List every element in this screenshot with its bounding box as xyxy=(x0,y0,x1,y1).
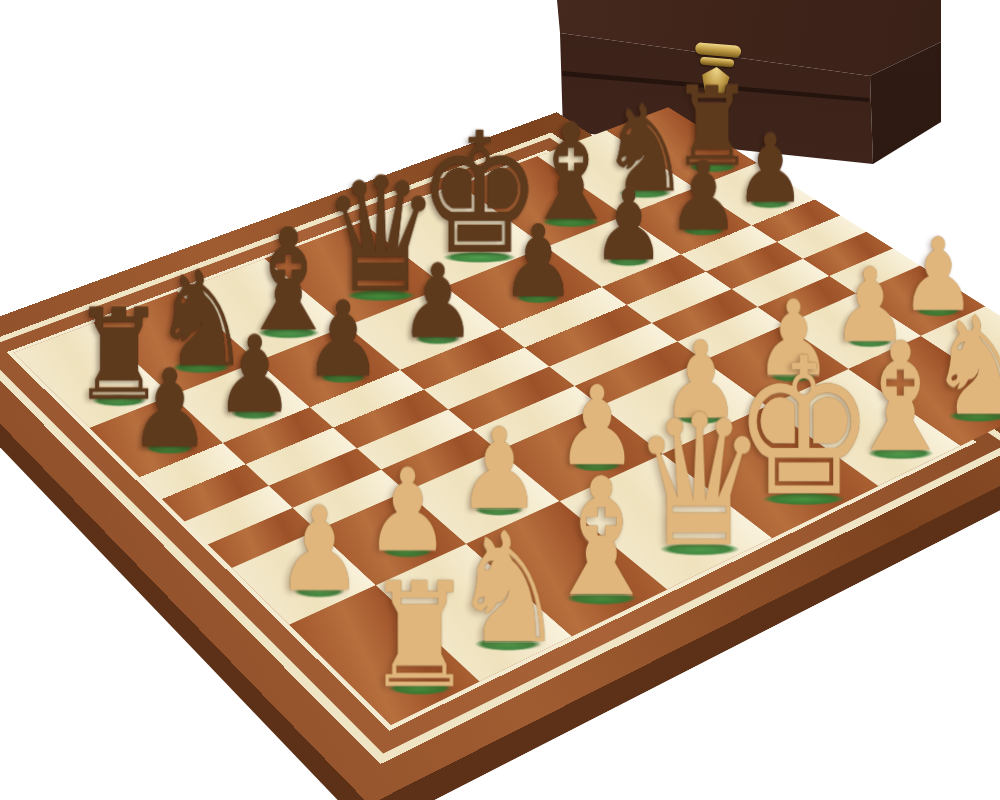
black-pawn: ♟ xyxy=(400,251,476,353)
white-rook: ♜ xyxy=(365,563,473,707)
black-pawn: ♟ xyxy=(215,322,295,429)
white-pawn: ♟ xyxy=(276,491,363,608)
black-pawn: ♟ xyxy=(735,122,806,217)
chess-board: ♜♞♝♛♚♝♞♜♟♟♟♟♟♟♟♟♟♟♟♟♟♟♟♟♜♞♝♛♚♝♞♜ xyxy=(0,112,1000,800)
black-pawn: ♟ xyxy=(501,212,576,312)
black-pawn: ♟ xyxy=(668,148,740,244)
board-frame: ♜♞♝♛♚♝♞♜♟♟♟♟♟♟♟♟♟♟♟♟♟♟♟♟♜♞♝♛♚♝♞♜ xyxy=(0,112,1000,800)
black-pawn: ♟ xyxy=(304,288,382,393)
board-grid: ♜♞♝♛♚♝♞♜♟♟♟♟♟♟♟♟♟♟♟♟♟♟♟♟♜♞♝♛♚♝♞♜ xyxy=(7,150,977,731)
board-inner-margin: ♜♞♝♛♚♝♞♜♟♟♟♟♟♟♟♟♟♟♟♟♟♟♟♟♜♞♝♛♚♝♞♜ xyxy=(0,132,1000,764)
black-pawn: ♟ xyxy=(129,355,210,464)
black-pawn: ♟ xyxy=(592,177,665,275)
chess-set-photo-scene: ♜♞♝♛♚♝♞♜♟♟♟♟♟♟♟♟♟♟♟♟♟♟♟♟♜♞♝♛♚♝♞♜ xyxy=(0,0,1000,800)
